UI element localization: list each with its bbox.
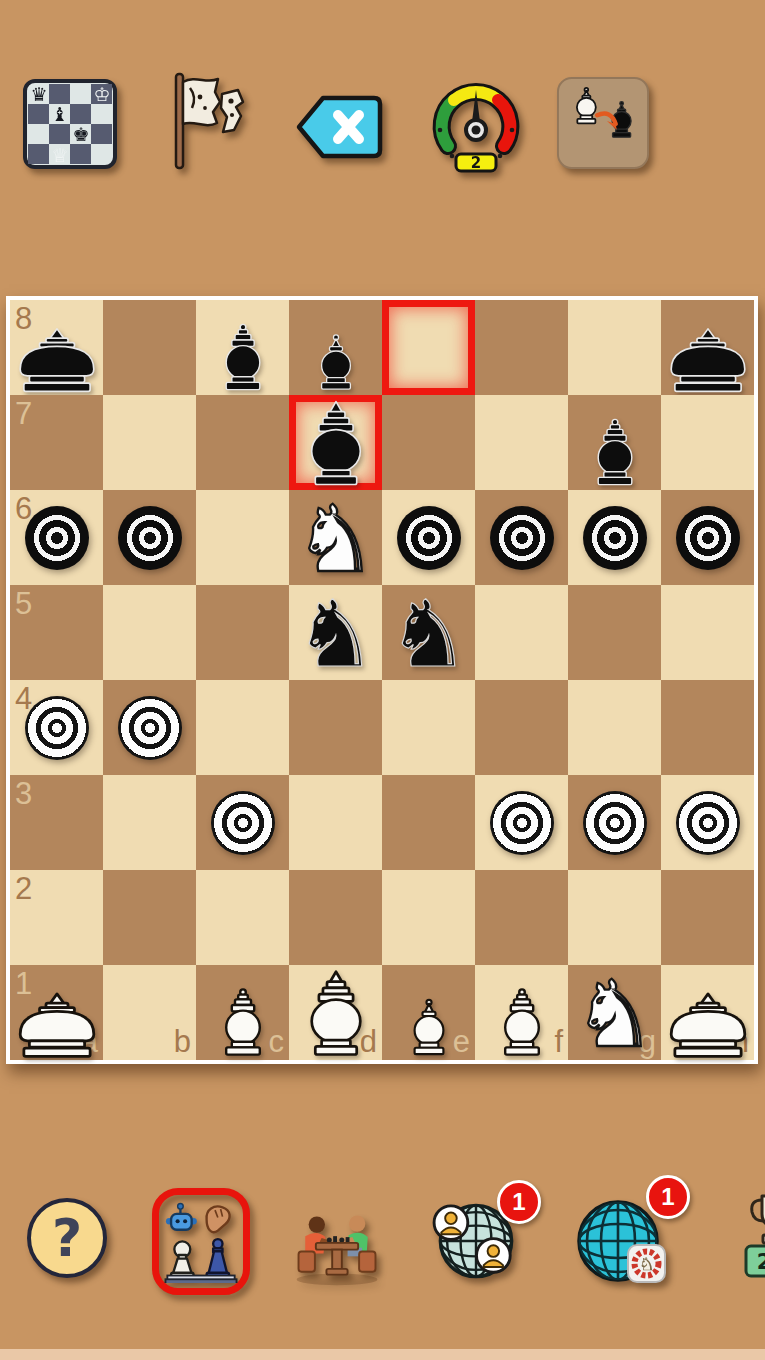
svg-text:♚: ♚	[72, 123, 89, 145]
square-a1[interactable]: 1a	[10, 965, 103, 1060]
square-e7[interactable]	[382, 395, 475, 490]
piece-black-knight: ♞	[294, 593, 376, 678]
square-c2[interactable]	[196, 870, 289, 965]
question-mark-icon: ?	[25, 1268, 109, 1283]
gauge-icon: 2	[424, 164, 528, 179]
system-bottom-strip	[0, 1349, 765, 1360]
back-x-icon	[292, 152, 386, 167]
square-c7[interactable]	[196, 395, 289, 490]
square-a4[interactable]: 4	[10, 680, 103, 775]
two-players-button[interactable]	[287, 1190, 387, 1293]
piece-black-pawn	[25, 506, 89, 570]
rank-label-2: 2	[15, 873, 32, 904]
square-g2[interactable]	[568, 870, 661, 965]
top-toolbar: ♛ ♔ ♝ ♚ ♕	[0, 0, 765, 190]
square-h5[interactable]	[661, 585, 754, 680]
square-e8[interactable]	[382, 300, 475, 395]
square-e6[interactable]	[382, 490, 475, 585]
square-b6[interactable]	[103, 490, 196, 585]
trophy-level-button[interactable]: 2	[726, 1188, 765, 1288]
help-glyph: ?	[52, 1208, 82, 1268]
square-g6[interactable]	[568, 490, 661, 585]
board-grid: 8 7	[10, 300, 754, 1060]
square-e4[interactable]	[382, 680, 475, 775]
tournament-notification-badge: 1	[646, 1175, 690, 1219]
trophy-level-text: 2	[757, 1250, 765, 1274]
square-d1[interactable]: d	[289, 965, 382, 1060]
square-c1[interactable]: c	[196, 965, 289, 1060]
svg-text:♞: ♞	[639, 1254, 654, 1274]
square-d7[interactable]	[289, 395, 382, 490]
piece-white-bishop	[482, 985, 562, 1065]
square-h2[interactable]	[661, 870, 754, 965]
play-vs-computer-button[interactable]	[152, 1188, 250, 1295]
square-c4[interactable]	[196, 680, 289, 775]
square-g3[interactable]	[568, 775, 661, 870]
square-f2[interactable]	[475, 870, 568, 965]
piece-black-pawn	[397, 506, 461, 570]
svg-text:♔: ♔	[93, 83, 110, 105]
square-e3[interactable]	[382, 775, 475, 870]
square-b2[interactable]	[103, 870, 196, 965]
square-b8[interactable]	[103, 300, 196, 395]
square-g1[interactable]: g♞	[568, 965, 661, 1060]
square-a2[interactable]: 2	[10, 870, 103, 965]
square-c5[interactable]	[196, 585, 289, 680]
piece-black-pawn	[118, 506, 182, 570]
resign-button[interactable]	[160, 68, 248, 177]
square-c8[interactable]	[196, 300, 289, 395]
square-c6[interactable]	[196, 490, 289, 585]
square-c3[interactable]	[196, 775, 289, 870]
online-tournament-item: ♞ 1	[566, 1175, 690, 1299]
piece-white-knight: ♞	[573, 973, 655, 1058]
piece-white-pawn	[118, 696, 182, 760]
online-friends-item: 1	[423, 1180, 541, 1298]
square-h1[interactable]: h	[661, 965, 754, 1060]
torn-flag-icon	[160, 162, 248, 177]
piece-white-pawn	[490, 791, 554, 855]
svg-text:♛: ♛	[30, 83, 47, 105]
piece-black-bishop	[203, 320, 283, 400]
bottom-toolbar: ?	[0, 1170, 765, 1330]
piece-black-pawn	[490, 506, 554, 570]
globe-tournament-icon: ♞	[566, 1285, 678, 1300]
square-b4[interactable]	[103, 680, 196, 775]
square-b5[interactable]	[103, 585, 196, 680]
piece-white-bishop	[203, 985, 283, 1065]
gauge-level-text: 2	[471, 154, 481, 172]
square-g8[interactable]	[568, 300, 661, 395]
piece-white-pawn	[211, 791, 275, 855]
piece-white-pawn	[583, 791, 647, 855]
trophy-icon: 2	[726, 1276, 765, 1291]
square-f8[interactable]	[475, 300, 568, 395]
file-label-b: b	[174, 1026, 191, 1057]
piece-white-knight: ♞	[294, 498, 376, 583]
players-at-table-icon	[287, 1278, 387, 1293]
help-button[interactable]: ?	[25, 1196, 109, 1283]
square-g4[interactable]	[568, 680, 661, 775]
square-b7[interactable]	[103, 395, 196, 490]
square-f7[interactable]	[475, 395, 568, 490]
svg-text:♝: ♝	[51, 103, 68, 125]
piece-black-knight: ♞	[387, 593, 469, 678]
square-b3[interactable]	[103, 775, 196, 870]
chessboard-icon: ♛ ♔ ♝ ♚ ♕	[22, 158, 118, 173]
piece-black-pawn	[583, 506, 647, 570]
piece-white-rook	[662, 981, 754, 1073]
piece-black-pawn	[676, 506, 740, 570]
square-d3[interactable]	[289, 775, 382, 870]
piece-white-king	[291, 969, 381, 1059]
square-h8[interactable]	[661, 300, 754, 395]
difficulty-button[interactable]: 2	[424, 70, 528, 179]
rank-label-5: 5	[15, 588, 32, 619]
piece-black-king	[291, 399, 381, 489]
piece-black-queen	[300, 328, 372, 400]
globe-friends-icon	[423, 1282, 529, 1297]
piece-black-bishop	[575, 415, 655, 495]
rank-label-7: 7	[15, 398, 32, 429]
piece-white-pawn	[25, 696, 89, 760]
svg-text:♕: ♕	[51, 144, 68, 166]
piece-white-queen	[393, 993, 465, 1065]
board: 8 7	[6, 296, 758, 1064]
square-e1[interactable]: e	[382, 965, 475, 1060]
square-h7[interactable]	[661, 395, 754, 490]
square-h6[interactable]	[661, 490, 754, 585]
square-h4[interactable]	[661, 680, 754, 775]
makruk-app-screen: { "game": "makruk", "position": { "fen":…	[0, 0, 765, 1360]
square-a3[interactable]: 3	[10, 775, 103, 870]
square-a7[interactable]: 7	[10, 395, 103, 490]
square-d4[interactable]	[289, 680, 382, 775]
square-a5[interactable]: 5	[10, 585, 103, 680]
square-d5[interactable]: ♞	[289, 585, 382, 680]
swap-pieces-icon	[556, 158, 650, 173]
square-a6[interactable]: 6	[10, 490, 103, 585]
switch-sides-button[interactable]	[556, 76, 650, 173]
square-e5[interactable]: ♞	[382, 585, 475, 680]
square-d6[interactable]: ♞	[289, 490, 382, 585]
square-d8[interactable]	[289, 300, 382, 395]
square-f4[interactable]	[475, 680, 568, 775]
square-f1[interactable]: f	[475, 965, 568, 1060]
piece-white-pawn	[676, 791, 740, 855]
square-h3[interactable]	[661, 775, 754, 870]
square-f6[interactable]	[475, 490, 568, 585]
square-d2[interactable]	[289, 870, 382, 965]
square-g7[interactable]	[568, 395, 661, 490]
square-a8[interactable]: 8	[10, 300, 103, 395]
square-g5[interactable]	[568, 585, 661, 680]
robot-vs-human-icon	[161, 1271, 241, 1286]
rank-label-3: 3	[15, 778, 32, 809]
board-setup-button[interactable]: ♛ ♔ ♝ ♚ ♕	[22, 78, 118, 173]
square-f5[interactable]	[475, 585, 568, 680]
piece-white-rook	[11, 981, 103, 1073]
undo-button[interactable]	[292, 90, 386, 167]
square-b1[interactable]: b	[103, 965, 196, 1060]
square-e2[interactable]	[382, 870, 475, 965]
friends-notification-badge: 1	[497, 1180, 541, 1224]
square-f3[interactable]	[475, 775, 568, 870]
